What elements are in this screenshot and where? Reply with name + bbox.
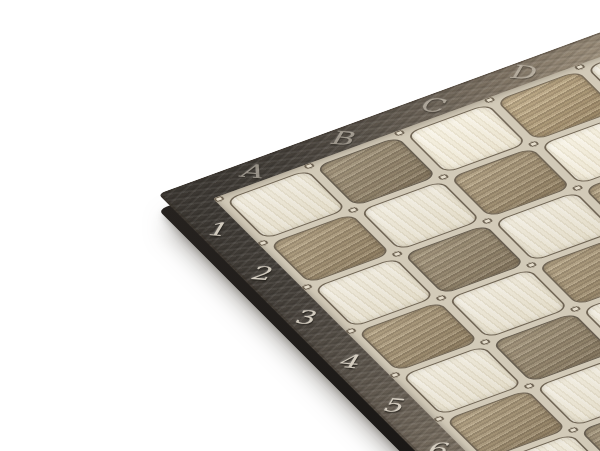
board-grid bbox=[213, 0, 600, 451]
board-frame: 12345678ABCDEFGH bbox=[158, 0, 600, 451]
board-photo: 12345678ABCDEFGH bbox=[0, 0, 600, 451]
file-label-e: E bbox=[588, 27, 600, 52]
chessboard: 12345678ABCDEFGH bbox=[158, 0, 600, 451]
